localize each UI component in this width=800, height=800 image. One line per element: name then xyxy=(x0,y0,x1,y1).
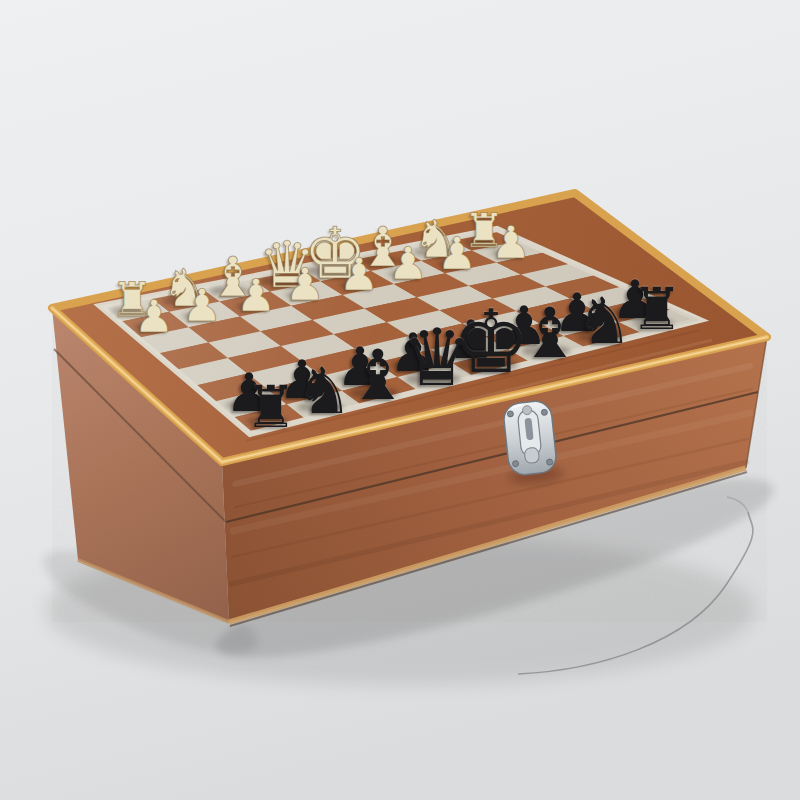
scene-canvas xyxy=(0,0,800,800)
product-photo-stage: ♜♞♝♛♚♝♞♜♟♟♟♟♟♟♟♟♟♟♟♟♟♟♟♟♜♞♝♛♚♝♞♜ xyxy=(0,0,800,800)
latch-hook xyxy=(524,447,539,463)
latch-pivot xyxy=(522,405,532,415)
